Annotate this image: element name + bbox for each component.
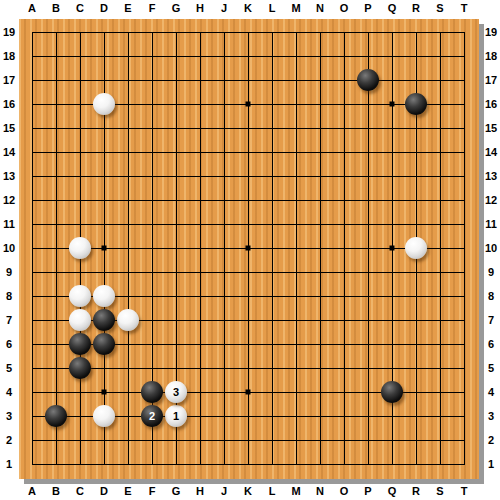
move-number-label: 1 [173, 411, 179, 422]
star-point-D10 [102, 246, 107, 251]
black-stone-R16 [405, 93, 427, 115]
coord-label-top-A: A [28, 2, 36, 14]
coord-label-left-19: 19 [3, 26, 15, 38]
star-point-K4 [246, 390, 251, 395]
coord-label-right-15: 15 [485, 122, 497, 134]
grid-line-vertical [272, 32, 273, 465]
grid-line-horizontal [32, 368, 465, 369]
star-point-D4 [102, 390, 107, 395]
white-stone-D16 [93, 93, 115, 115]
black-stone-C5 [69, 357, 91, 379]
coord-label-left-1: 1 [6, 458, 12, 470]
coord-label-top-O: O [340, 2, 349, 14]
black-stone-F4 [141, 381, 163, 403]
coord-label-bottom-P: P [364, 485, 371, 497]
coord-label-right-1: 1 [488, 458, 494, 470]
coord-label-top-T: T [461, 2, 468, 14]
coord-label-left-10: 10 [3, 242, 15, 254]
move-number-label: 3 [173, 387, 179, 398]
coord-label-left-12: 12 [3, 194, 15, 206]
white-stone-R10 [405, 237, 427, 259]
coord-label-top-N: N [316, 2, 324, 14]
black-stone-P17 [357, 69, 379, 91]
coord-label-left-13: 13 [3, 170, 15, 182]
coord-label-bottom-G: G [172, 485, 181, 497]
star-point-Q16 [390, 102, 395, 107]
coord-label-bottom-K: K [244, 485, 252, 497]
grid-line-vertical [440, 32, 441, 465]
coord-label-left-3: 3 [6, 410, 12, 422]
star-point-K10 [246, 246, 251, 251]
coord-label-right-9: 9 [488, 266, 494, 278]
white-stone-E7 [117, 309, 139, 331]
coord-label-right-19: 19 [485, 26, 497, 38]
coord-label-top-K: K [244, 2, 252, 14]
coord-label-left-9: 9 [6, 266, 12, 278]
coord-label-right-8: 8 [488, 290, 494, 302]
coord-label-left-6: 6 [6, 338, 12, 350]
black-stone-F3: 2 [141, 405, 163, 427]
coord-label-bottom-D: D [100, 485, 108, 497]
coord-label-left-17: 17 [3, 74, 15, 86]
coord-label-bottom-C: C [76, 485, 84, 497]
coord-label-top-M: M [291, 2, 300, 14]
coord-label-bottom-A: A [28, 485, 36, 497]
coord-label-right-17: 17 [485, 74, 497, 86]
star-point-K16 [246, 102, 251, 107]
coord-label-bottom-Q: Q [388, 485, 397, 497]
grid-line-vertical [320, 32, 321, 465]
white-stone-D8 [93, 285, 115, 307]
coord-label-left-4: 4 [6, 386, 12, 398]
coord-label-bottom-J: J [221, 485, 227, 497]
coord-label-right-18: 18 [485, 50, 497, 62]
coord-label-bottom-F: F [149, 485, 156, 497]
coord-label-bottom-N: N [316, 485, 324, 497]
black-stone-Q4 [381, 381, 403, 403]
coord-label-left-15: 15 [3, 122, 15, 134]
black-stone-C6 [69, 333, 91, 355]
coord-label-right-5: 5 [488, 362, 494, 374]
coord-label-top-G: G [172, 2, 181, 14]
coord-label-left-2: 2 [6, 434, 12, 446]
coord-label-top-P: P [364, 2, 371, 14]
black-stone-B3 [45, 405, 67, 427]
coord-label-right-6: 6 [488, 338, 494, 350]
coord-label-right-14: 14 [485, 146, 497, 158]
coord-label-bottom-S: S [436, 485, 443, 497]
coord-label-bottom-H: H [196, 485, 204, 497]
coord-label-right-12: 12 [485, 194, 497, 206]
coord-label-right-2: 2 [488, 434, 494, 446]
coord-label-left-8: 8 [6, 290, 12, 302]
coord-label-right-16: 16 [485, 98, 497, 110]
coord-label-bottom-R: R [412, 485, 420, 497]
grid-line-vertical [464, 32, 465, 465]
coord-label-right-7: 7 [488, 314, 494, 326]
coord-label-left-18: 18 [3, 50, 15, 62]
coord-label-top-H: H [196, 2, 204, 14]
white-stone-G4: 3 [165, 381, 187, 403]
white-stone-D3 [93, 405, 115, 427]
coord-label-top-R: R [412, 2, 420, 14]
coord-label-top-S: S [436, 2, 443, 14]
coord-label-bottom-B: B [52, 485, 60, 497]
coord-label-top-E: E [124, 2, 131, 14]
coord-label-top-J: J [221, 2, 227, 14]
coord-label-bottom-E: E [124, 485, 131, 497]
black-stone-D6 [93, 333, 115, 355]
coord-label-top-F: F [149, 2, 156, 14]
coord-label-right-3: 3 [488, 410, 494, 422]
black-stone-D7 [93, 309, 115, 331]
coord-label-top-B: B [52, 2, 60, 14]
go-app-window: AABBCCDDEEFFGGHHJJKKLLMMNNOOPPQQRRSSTT19… [0, 0, 500, 500]
grid-line-horizontal [32, 440, 465, 441]
grid-line-vertical [368, 32, 369, 465]
coord-label-bottom-L: L [269, 485, 276, 497]
coord-label-top-C: C [76, 2, 84, 14]
coord-label-right-4: 4 [488, 386, 494, 398]
star-point-Q10 [390, 246, 395, 251]
coord-label-left-7: 7 [6, 314, 12, 326]
coord-label-left-11: 11 [3, 218, 15, 230]
coord-label-top-Q: Q [388, 2, 397, 14]
coord-label-top-D: D [100, 2, 108, 14]
coord-label-left-16: 16 [3, 98, 15, 110]
coord-label-bottom-M: M [291, 485, 300, 497]
coord-label-left-14: 14 [3, 146, 15, 158]
white-stone-C8 [69, 285, 91, 307]
grid-line-vertical [344, 32, 345, 465]
white-stone-G3: 1 [165, 405, 187, 427]
grid-line-horizontal [32, 272, 465, 273]
coord-label-right-10: 10 [485, 242, 497, 254]
coord-label-bottom-O: O [340, 485, 349, 497]
coord-label-top-L: L [269, 2, 276, 14]
coord-label-right-13: 13 [485, 170, 497, 182]
white-stone-C7 [69, 309, 91, 331]
coord-label-right-11: 11 [485, 218, 497, 230]
coord-label-left-5: 5 [6, 362, 12, 374]
grid-line-horizontal [32, 464, 465, 465]
white-stone-C10 [69, 237, 91, 259]
coord-label-bottom-T: T [461, 485, 468, 497]
grid-line-vertical [296, 32, 297, 465]
move-number-label: 2 [149, 411, 155, 422]
